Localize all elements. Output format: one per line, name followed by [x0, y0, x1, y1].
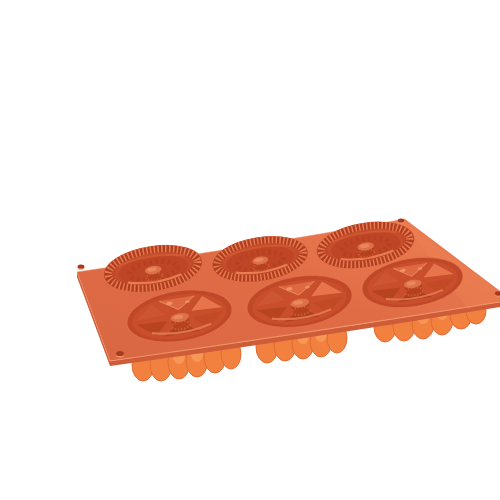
product-photo: Three-quarter overhead product photo of …: [40, 16, 500, 500]
mold-illustration: [40, 16, 500, 500]
